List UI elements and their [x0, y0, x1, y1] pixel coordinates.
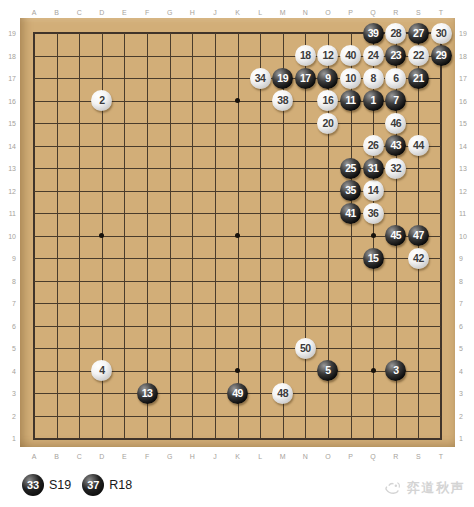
column-label-top: K	[235, 9, 240, 16]
row-label-right: 3	[459, 390, 463, 397]
row-label-left: 7	[2, 300, 16, 307]
stone-white-36: 36	[363, 203, 384, 224]
row-label-left: 1	[2, 435, 16, 442]
row-label-right: 5	[459, 345, 463, 352]
caption-stone-33: 33	[22, 474, 44, 496]
stone-white-34: 34	[250, 68, 271, 89]
row-label-left: 8	[2, 277, 16, 284]
column-label-bottom: B	[54, 453, 59, 460]
stone-black-25: 25	[340, 158, 361, 179]
column-label-bottom: M	[280, 453, 286, 460]
stone-white-14: 14	[363, 180, 384, 201]
row-label-right: 1	[459, 435, 463, 442]
stone-black-35: 35	[340, 180, 361, 201]
column-label-top: O	[325, 9, 330, 16]
column-label-top: Q	[370, 9, 375, 16]
stone-black-1: 1	[363, 90, 384, 111]
column-label-top: P	[348, 9, 353, 16]
watermark: 弈道秋声	[384, 479, 465, 497]
column-label-bottom: L	[258, 453, 262, 460]
column-label-bottom: G	[167, 453, 172, 460]
row-label-left: 5	[2, 345, 16, 352]
row-label-left: 12	[2, 187, 16, 194]
row-label-left: 6	[2, 322, 16, 329]
row-label-left: 9	[2, 255, 16, 262]
row-label-right: 18	[459, 52, 467, 59]
go-board: 1234567891011121314151617181920212223242…	[20, 18, 455, 447]
column-label-top: M	[280, 9, 286, 16]
column-label-top: N	[303, 9, 308, 16]
stone-white-18: 18	[295, 45, 316, 66]
go-diagram-page: 1234567891011121314151617181920212223242…	[0, 0, 474, 507]
grid-line-horizontal	[34, 348, 441, 349]
row-label-right: 4	[459, 367, 463, 374]
column-label-bottom: N	[303, 453, 308, 460]
stone-black-9: 9	[317, 68, 338, 89]
row-label-left: 15	[2, 120, 16, 127]
column-label-top: F	[145, 9, 149, 16]
stone-black-27: 27	[408, 23, 429, 44]
stone-white-30: 30	[431, 23, 452, 44]
watermark-logo-icon	[384, 480, 403, 497]
column-label-top: R	[393, 9, 398, 16]
row-label-left: 16	[2, 97, 16, 104]
stone-black-21: 21	[408, 68, 429, 89]
column-label-bottom: D	[99, 453, 104, 460]
column-label-bottom: E	[122, 453, 127, 460]
row-label-left: 18	[2, 52, 16, 59]
row-label-left: 4	[2, 367, 16, 374]
stone-white-24: 24	[363, 45, 384, 66]
stone-white-22: 22	[408, 45, 429, 66]
stone-white-20: 20	[317, 113, 338, 134]
stone-white-40: 40	[340, 45, 361, 66]
stone-black-47: 47	[408, 225, 429, 246]
stone-black-17: 17	[295, 68, 316, 89]
row-label-right: 19	[459, 30, 467, 37]
stone-white-42: 42	[408, 248, 429, 269]
stone-black-13: 13	[137, 383, 158, 404]
grid-line-vertical	[305, 33, 306, 438]
caption-coord-37: R18	[109, 478, 132, 492]
column-label-bottom: K	[235, 453, 240, 460]
row-label-right: 12	[459, 187, 467, 194]
column-label-top: J	[213, 9, 217, 16]
column-label-bottom: H	[190, 453, 195, 460]
move-caption: 33S1937R18	[22, 474, 143, 496]
stone-black-31: 31	[363, 158, 384, 179]
column-label-top: H	[190, 9, 195, 16]
row-label-right: 7	[459, 300, 463, 307]
row-label-right: 13	[459, 165, 467, 172]
caption-coord-33: S19	[49, 478, 71, 492]
column-label-bottom: S	[416, 453, 421, 460]
row-label-left: 2	[2, 412, 16, 419]
stone-white-46: 46	[385, 113, 406, 134]
column-label-bottom: A	[32, 453, 37, 460]
row-label-left: 11	[2, 210, 16, 217]
column-label-top: C	[77, 9, 82, 16]
column-label-top: G	[167, 9, 172, 16]
stone-black-19: 19	[272, 68, 293, 89]
grid-line-vertical	[260, 33, 261, 438]
stone-white-48: 48	[272, 383, 293, 404]
grid-line-horizontal	[34, 281, 441, 282]
stone-black-39: 39	[363, 23, 384, 44]
stone-white-8: 8	[363, 68, 384, 89]
row-label-left: 14	[2, 142, 16, 149]
column-label-bottom: F	[145, 453, 149, 460]
stone-black-49: 49	[227, 383, 248, 404]
column-label-top: S	[416, 9, 421, 16]
stone-white-50: 50	[295, 338, 316, 359]
stone-black-11: 11	[340, 90, 361, 111]
stone-black-29: 29	[431, 45, 452, 66]
row-label-right: 15	[459, 120, 467, 127]
row-label-right: 17	[459, 75, 467, 82]
star-point	[371, 233, 376, 238]
column-label-top: L	[258, 9, 262, 16]
stone-black-41: 41	[340, 203, 361, 224]
stone-white-44: 44	[408, 135, 429, 156]
column-label-bottom: J	[213, 453, 217, 460]
row-label-right: 11	[459, 210, 466, 217]
stone-white-28: 28	[385, 23, 406, 44]
grid-line-horizontal	[34, 303, 441, 304]
column-label-bottom: T	[439, 453, 443, 460]
column-label-bottom: C	[77, 453, 82, 460]
column-label-top: D	[99, 9, 104, 16]
star-point	[235, 233, 240, 238]
column-label-bottom: R	[393, 453, 398, 460]
row-label-right: 10	[459, 232, 467, 239]
caption-stone-37: 37	[82, 474, 104, 496]
column-label-top: A	[32, 9, 37, 16]
column-label-top: E	[122, 9, 127, 16]
column-label-bottom: O	[325, 453, 330, 460]
watermark-text: 弈道秋声	[407, 479, 465, 497]
row-label-left: 13	[2, 165, 16, 172]
star-point	[371, 368, 376, 373]
stone-white-10: 10	[340, 68, 361, 89]
stone-white-26: 26	[363, 135, 384, 156]
row-label-left: 3	[2, 390, 16, 397]
stone-black-15: 15	[363, 248, 384, 269]
star-point	[235, 368, 240, 373]
column-label-bottom: Q	[370, 453, 375, 460]
row-label-left: 10	[2, 232, 16, 239]
column-label-top: B	[54, 9, 59, 16]
row-label-right: 8	[459, 277, 463, 284]
column-label-top: T	[439, 9, 443, 16]
star-point	[235, 98, 240, 103]
grid-line-horizontal	[34, 326, 441, 327]
row-label-right: 14	[459, 142, 467, 149]
row-label-right: 9	[459, 255, 463, 262]
row-label-right: 6	[459, 322, 463, 329]
column-label-bottom: P	[348, 453, 353, 460]
stone-white-6: 6	[385, 68, 406, 89]
row-label-right: 16	[459, 97, 467, 104]
row-label-left: 17	[2, 75, 16, 82]
row-label-left: 19	[2, 30, 16, 37]
row-label-right: 2	[459, 412, 463, 419]
stone-white-32: 32	[385, 158, 406, 179]
grid-line-horizontal	[34, 416, 441, 417]
